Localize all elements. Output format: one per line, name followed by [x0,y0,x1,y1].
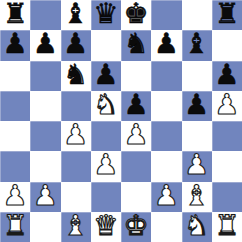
square-g7[interactable]: ♝ [182,30,212,60]
square-e5[interactable]: ♟ [121,91,151,121]
black-rook[interactable]: ♜ [214,0,239,28]
white-king[interactable]: ♚ [124,212,149,240]
square-g1[interactable]: ♞ [182,212,212,242]
square-g4[interactable] [182,121,212,151]
square-h4[interactable] [212,121,242,151]
square-h8[interactable]: ♜ [212,0,242,30]
square-f4[interactable] [151,121,181,151]
square-c7[interactable]: ♟ [61,30,91,60]
square-f2[interactable]: ♟ [151,182,181,212]
black-rook[interactable]: ♜ [3,0,28,28]
black-bishop[interactable]: ♝ [63,0,88,28]
square-c8[interactable]: ♝ [61,0,91,30]
square-a8[interactable]: ♜ [0,0,30,30]
square-h5[interactable]: ♟ [212,91,242,121]
square-e1[interactable]: ♚ [121,212,151,242]
square-g2[interactable]: ♝ [182,182,212,212]
black-pawn[interactable]: ♟ [93,61,118,89]
square-b1[interactable] [30,212,60,242]
square-a6[interactable] [0,61,30,91]
black-bishop[interactable]: ♝ [184,30,209,58]
square-e4[interactable]: ♟ [121,121,151,151]
square-f3[interactable] [151,151,181,181]
white-pawn[interactable]: ♟ [184,151,209,179]
black-pawn[interactable]: ♟ [3,30,28,58]
square-c5[interactable] [61,91,91,121]
black-knight[interactable]: ♞ [63,61,88,89]
square-h1[interactable]: ♜ [212,212,242,242]
square-f8[interactable] [151,0,181,30]
white-pawn[interactable]: ♟ [93,151,118,179]
square-b5[interactable] [30,91,60,121]
square-g5[interactable]: ♟ [182,91,212,121]
square-e3[interactable] [121,151,151,181]
square-f6[interactable] [151,61,181,91]
black-pawn[interactable]: ♟ [33,30,58,58]
square-e6[interactable] [121,61,151,91]
white-pawn[interactable]: ♟ [3,182,28,210]
square-d4[interactable] [91,121,121,151]
chessboard-container: ♜♝♛♚♜♟♟♟♞♟♝♞♟♟♞♟♟♟♟♟♟♟♟♟♟♝♜♝♛♚♞♜ [0,0,242,242]
black-queen[interactable]: ♛ [93,0,118,28]
square-c2[interactable] [61,182,91,212]
square-h3[interactable] [212,151,242,181]
square-a2[interactable]: ♟ [0,182,30,212]
white-queen[interactable]: ♛ [93,212,118,240]
square-c4[interactable]: ♟ [61,121,91,151]
square-f5[interactable] [151,91,181,121]
square-c6[interactable]: ♞ [61,61,91,91]
square-d3[interactable]: ♟ [91,151,121,181]
square-d1[interactable]: ♛ [91,212,121,242]
square-h7[interactable] [212,30,242,60]
square-g3[interactable]: ♟ [182,151,212,181]
square-e8[interactable]: ♚ [121,0,151,30]
square-g6[interactable] [182,61,212,91]
square-a1[interactable]: ♜ [0,212,30,242]
white-rook[interactable]: ♜ [3,212,28,240]
black-pawn[interactable]: ♟ [184,91,209,119]
black-pawn[interactable]: ♟ [124,91,149,119]
white-pawn[interactable]: ♟ [214,91,239,119]
square-d7[interactable] [91,30,121,60]
square-c3[interactable] [61,151,91,181]
white-bishop[interactable]: ♝ [63,212,88,240]
white-knight[interactable]: ♞ [93,91,118,119]
square-f7[interactable]: ♟ [151,30,181,60]
white-knight[interactable]: ♞ [184,212,209,240]
black-pawn[interactable]: ♟ [63,30,88,58]
square-h2[interactable] [212,182,242,212]
square-e7[interactable]: ♞ [121,30,151,60]
square-d2[interactable] [91,182,121,212]
square-f1[interactable] [151,212,181,242]
square-a7[interactable]: ♟ [0,30,30,60]
chess-board: ♜♝♛♚♜♟♟♟♞♟♝♞♟♟♞♟♟♟♟♟♟♟♟♟♟♝♜♝♛♚♞♜ [0,0,242,242]
square-d8[interactable]: ♛ [91,0,121,30]
square-a4[interactable] [0,121,30,151]
black-pawn[interactable]: ♟ [214,61,239,89]
white-pawn[interactable]: ♟ [154,182,179,210]
white-rook[interactable]: ♜ [214,212,239,240]
square-b8[interactable] [30,0,60,30]
white-pawn[interactable]: ♟ [124,121,149,149]
square-e2[interactable] [121,182,151,212]
white-bishop[interactable]: ♝ [184,182,209,210]
black-knight[interactable]: ♞ [124,30,149,58]
square-g8[interactable] [182,0,212,30]
square-a5[interactable] [0,91,30,121]
white-pawn[interactable]: ♟ [63,121,88,149]
square-a3[interactable] [0,151,30,181]
white-pawn[interactable]: ♟ [33,182,58,210]
square-b3[interactable] [30,151,60,181]
square-b7[interactable]: ♟ [30,30,60,60]
square-c1[interactable]: ♝ [61,212,91,242]
black-king[interactable]: ♚ [124,0,149,28]
square-b4[interactable] [30,121,60,151]
square-d6[interactable]: ♟ [91,61,121,91]
square-h6[interactable]: ♟ [212,61,242,91]
square-b6[interactable] [30,61,60,91]
black-pawn[interactable]: ♟ [154,30,179,58]
square-d5[interactable]: ♞ [91,91,121,121]
square-b2[interactable]: ♟ [30,182,60,212]
